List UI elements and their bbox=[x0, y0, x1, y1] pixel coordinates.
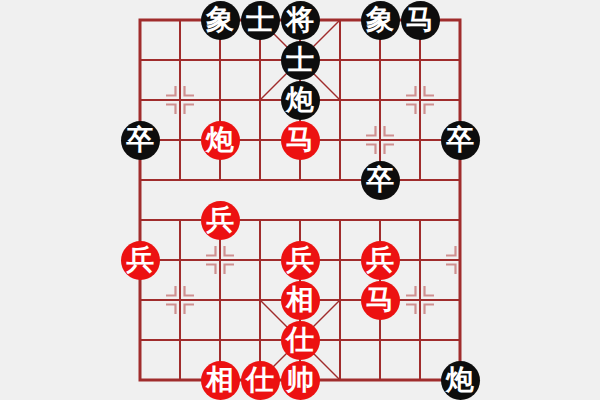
piece-red-elephant[interactable]: 相 bbox=[281, 281, 320, 320]
piece-black-soldier[interactable]: 卒 bbox=[121, 121, 160, 160]
piece-red-soldier[interactable]: 兵 bbox=[121, 241, 160, 280]
piece-black-horse[interactable]: 马 bbox=[401, 1, 440, 40]
xiangqi-board: 象士将象马士炮卒炮马卒卒兵兵兵兵相马仕相仕帅炮 bbox=[0, 0, 600, 400]
piece-layer: 象士将象马士炮卒炮马卒卒兵兵兵兵相马仕相仕帅炮 bbox=[120, 0, 480, 400]
piece-red-advisor[interactable]: 仕 bbox=[281, 321, 320, 360]
piece-black-advisor[interactable]: 士 bbox=[241, 1, 280, 40]
piece-black-soldier[interactable]: 卒 bbox=[441, 121, 480, 160]
piece-red-soldier[interactable]: 兵 bbox=[201, 201, 240, 240]
piece-red-cannon[interactable]: 炮 bbox=[201, 121, 240, 160]
piece-red-soldier[interactable]: 兵 bbox=[281, 241, 320, 280]
piece-red-horse[interactable]: 马 bbox=[281, 121, 320, 160]
piece-red-soldier[interactable]: 兵 bbox=[361, 241, 400, 280]
piece-black-elephant[interactable]: 象 bbox=[201, 1, 240, 40]
piece-black-elephant[interactable]: 象 bbox=[361, 1, 400, 40]
piece-red-elephant[interactable]: 相 bbox=[201, 361, 240, 400]
piece-black-soldier[interactable]: 卒 bbox=[361, 161, 400, 200]
piece-black-advisor[interactable]: 士 bbox=[281, 41, 320, 80]
piece-red-general[interactable]: 帅 bbox=[281, 361, 320, 400]
piece-red-horse[interactable]: 马 bbox=[361, 281, 400, 320]
piece-black-cannon[interactable]: 炮 bbox=[441, 361, 480, 400]
piece-black-general[interactable]: 将 bbox=[281, 1, 320, 40]
piece-red-advisor[interactable]: 仕 bbox=[241, 361, 280, 400]
piece-black-cannon[interactable]: 炮 bbox=[281, 81, 320, 120]
